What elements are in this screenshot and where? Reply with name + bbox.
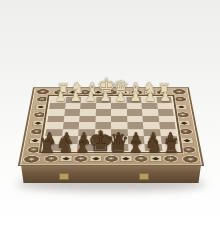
piece-white-pawn-a2[interactable]: ♟ (159, 91, 171, 104)
chess-set-photo: ✳ ✳ ✳ ✳ ✳◆✳◆✳◆✳◆✳ ✳◆✳◆✳◆✳◆✳ ✳◆✳◆✳◆✳ ✳◆✳◆… (0, 0, 220, 230)
piece-white-pawn-e2[interactable]: ♟ (100, 91, 112, 104)
piece-black-rook-h8[interactable]: ♜ (38, 136, 56, 156)
piece-white-pawn-g2[interactable]: ♟ (70, 91, 82, 104)
piece-black-rook-a8[interactable]: ♜ (163, 136, 181, 156)
piece-black-bishop-c8[interactable]: ♝ (126, 134, 145, 156)
piece-white-pawn-h2[interactable]: ♟ (55, 91, 67, 104)
piece-black-knight-g8[interactable]: ♞ (56, 135, 75, 156)
piece-white-pawn-b2[interactable]: ♟ (145, 91, 157, 104)
piece-black-knight-b8[interactable]: ♞ (144, 135, 163, 156)
piece-white-pawn-d2[interactable]: ♟ (115, 91, 127, 104)
piece-white-pawn-c2[interactable]: ♟ (130, 91, 142, 104)
pieces-layer: ♜♞♝♚♛♝♞♜♟♟♟♟♟♟♟♟♟♟♟♟♟♟♟♟♜♞♝♚♛♝♞♜ (0, 0, 220, 230)
piece-white-pawn-f2[interactable]: ♟ (85, 91, 97, 104)
